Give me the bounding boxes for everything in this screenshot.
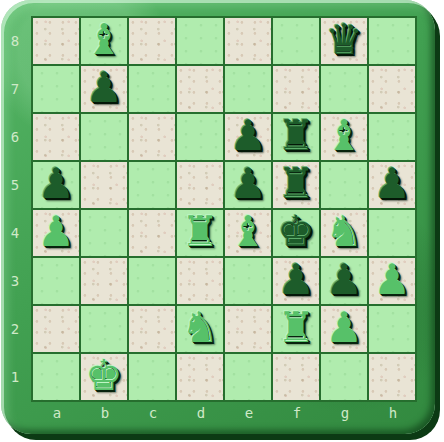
- file-labels: abcdefgh: [31, 402, 417, 426]
- rank-label-3: 3: [0, 258, 30, 304]
- file-label-c: c: [129, 402, 177, 424]
- square-b1[interactable]: ♚: [81, 354, 127, 400]
- square-a2[interactable]: [33, 306, 79, 352]
- square-a1[interactable]: [33, 354, 79, 400]
- square-f5[interactable]: ♜: [273, 162, 319, 208]
- square-h4[interactable]: [369, 210, 415, 256]
- square-f8[interactable]: [273, 18, 319, 64]
- piece-light-pawn-g2[interactable]: ♟: [325, 305, 363, 351]
- piece-light-pawn-h3[interactable]: ♟: [373, 257, 411, 303]
- piece-light-king-b1[interactable]: ♚: [85, 353, 123, 399]
- square-h3[interactable]: ♟: [369, 258, 415, 304]
- piece-dark-king-f4[interactable]: ♚: [277, 209, 315, 255]
- square-d6[interactable]: [177, 114, 223, 160]
- piece-dark-pawn-b7[interactable]: ♟: [85, 65, 123, 111]
- square-d1[interactable]: [177, 354, 223, 400]
- file-label-e: e: [225, 402, 273, 424]
- square-b3[interactable]: [81, 258, 127, 304]
- square-g8[interactable]: ♛: [321, 18, 367, 64]
- square-h8[interactable]: [369, 18, 415, 64]
- square-f6[interactable]: ♜: [273, 114, 319, 160]
- rank-label-7: 7: [0, 66, 30, 112]
- square-a8[interactable]: [33, 18, 79, 64]
- square-e5[interactable]: ♟: [225, 162, 271, 208]
- square-b4[interactable]: [81, 210, 127, 256]
- square-b6[interactable]: [81, 114, 127, 160]
- piece-dark-rook-f6[interactable]: ♜: [277, 113, 315, 159]
- piece-light-knight-g4[interactable]: ♞: [325, 209, 363, 255]
- piece-light-bishop-g6[interactable]: ♝: [325, 113, 363, 159]
- square-f3[interactable]: ♟: [273, 258, 319, 304]
- square-e8[interactable]: [225, 18, 271, 64]
- file-label-g: g: [321, 402, 369, 424]
- square-f4[interactable]: ♚: [273, 210, 319, 256]
- file-label-a: a: [33, 402, 81, 424]
- piece-dark-pawn-a5[interactable]: ♟: [37, 161, 75, 207]
- chess-board: ♝♛♟♟♜♝♟♟♜♟♟♜♝♚♞♟♟♟♞♜♟♚: [31, 16, 417, 402]
- file-label-b: b: [81, 402, 129, 424]
- file-label-f: f: [273, 402, 321, 424]
- piece-dark-pawn-e5[interactable]: ♟: [229, 161, 267, 207]
- square-e3[interactable]: [225, 258, 271, 304]
- rank-label-2: 2: [0, 306, 30, 352]
- square-d7[interactable]: [177, 66, 223, 112]
- piece-dark-queen-g8[interactable]: ♛: [325, 17, 363, 63]
- square-g2[interactable]: ♟: [321, 306, 367, 352]
- square-b2[interactable]: [81, 306, 127, 352]
- square-g6[interactable]: ♝: [321, 114, 367, 160]
- rank-label-4: 4: [0, 210, 30, 256]
- square-c2[interactable]: [129, 306, 175, 352]
- square-h5[interactable]: ♟: [369, 162, 415, 208]
- square-c8[interactable]: [129, 18, 175, 64]
- square-e6[interactable]: ♟: [225, 114, 271, 160]
- square-d2[interactable]: ♞: [177, 306, 223, 352]
- square-h6[interactable]: [369, 114, 415, 160]
- square-a5[interactable]: ♟: [33, 162, 79, 208]
- rank-label-1: 1: [0, 354, 30, 400]
- square-c3[interactable]: [129, 258, 175, 304]
- square-a4[interactable]: ♟: [33, 210, 79, 256]
- square-d3[interactable]: [177, 258, 223, 304]
- square-c1[interactable]: [129, 354, 175, 400]
- square-h2[interactable]: [369, 306, 415, 352]
- rank-label-8: 8: [0, 18, 30, 64]
- square-a6[interactable]: [33, 114, 79, 160]
- chess-app-window: ♝♛♟♟♜♝♟♟♜♟♟♜♝♚♞♟♟♟♞♜♟♚ 87654321 abcdefgh: [0, 0, 444, 442]
- square-g5[interactable]: [321, 162, 367, 208]
- piece-dark-rook-f5[interactable]: ♜: [277, 161, 315, 207]
- square-h7[interactable]: [369, 66, 415, 112]
- square-e1[interactable]: [225, 354, 271, 400]
- square-c6[interactable]: [129, 114, 175, 160]
- square-d4[interactable]: ♜: [177, 210, 223, 256]
- piece-light-rook-d4[interactable]: ♜: [181, 209, 219, 255]
- square-f1[interactable]: [273, 354, 319, 400]
- square-b8[interactable]: ♝: [81, 18, 127, 64]
- piece-light-pawn-a4[interactable]: ♟: [37, 209, 75, 255]
- square-a3[interactable]: [33, 258, 79, 304]
- square-b5[interactable]: [81, 162, 127, 208]
- square-g7[interactable]: [321, 66, 367, 112]
- piece-dark-pawn-e6[interactable]: ♟: [229, 113, 267, 159]
- square-f7[interactable]: [273, 66, 319, 112]
- rank-labels: 87654321: [0, 16, 31, 402]
- piece-light-rook-f2[interactable]: ♜: [277, 305, 315, 351]
- square-b7[interactable]: ♟: [81, 66, 127, 112]
- file-label-h: h: [369, 402, 417, 424]
- square-f2[interactable]: ♜: [273, 306, 319, 352]
- piece-dark-pawn-g3[interactable]: ♟: [325, 257, 363, 303]
- square-g4[interactable]: ♞: [321, 210, 367, 256]
- square-c5[interactable]: [129, 162, 175, 208]
- square-c7[interactable]: [129, 66, 175, 112]
- piece-light-bishop-e4[interactable]: ♝: [229, 209, 267, 255]
- square-c4[interactable]: [129, 210, 175, 256]
- square-g3[interactable]: ♟: [321, 258, 367, 304]
- square-d5[interactable]: [177, 162, 223, 208]
- square-e2[interactable]: [225, 306, 271, 352]
- file-label-d: d: [177, 402, 225, 424]
- square-h1[interactable]: [369, 354, 415, 400]
- square-g1[interactable]: [321, 354, 367, 400]
- piece-light-knight-d2[interactable]: ♞: [181, 305, 219, 351]
- square-e4[interactable]: ♝: [225, 210, 271, 256]
- rank-label-6: 6: [0, 114, 30, 160]
- piece-light-bishop-b8[interactable]: ♝: [85, 17, 123, 63]
- piece-dark-pawn-h5[interactable]: ♟: [373, 161, 411, 207]
- square-d8[interactable]: [177, 18, 223, 64]
- rank-label-5: 5: [0, 162, 30, 208]
- piece-dark-pawn-f3[interactable]: ♟: [277, 257, 315, 303]
- square-a7[interactable]: [33, 66, 79, 112]
- square-e7[interactable]: [225, 66, 271, 112]
